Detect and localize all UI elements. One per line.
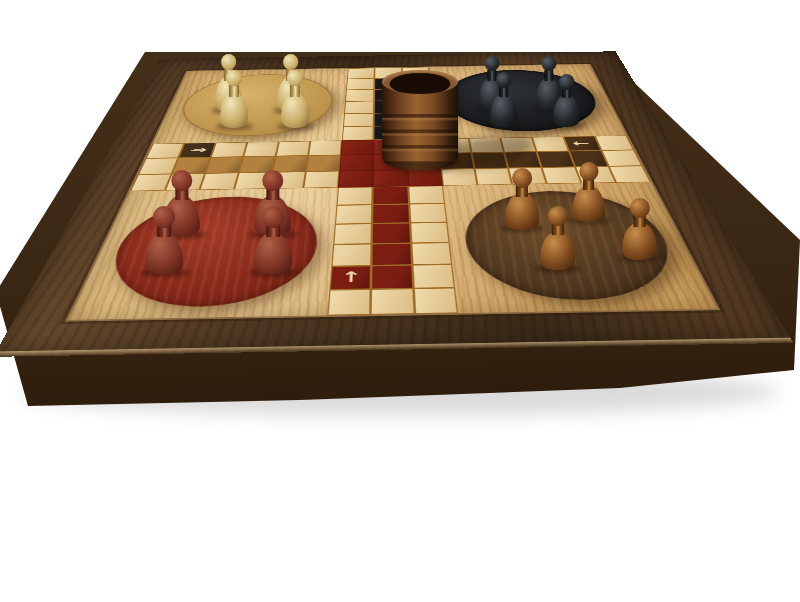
track-square-r9c6[interactable] [337, 187, 373, 205]
pawn-body [145, 233, 183, 274]
pawn-head [629, 198, 649, 218]
pawn-body [622, 223, 657, 260]
start-arrow-left: ↑ [570, 140, 594, 148]
track-square-r12c7[interactable] [372, 243, 412, 266]
pawn-walnut-1[interactable] [505, 168, 539, 230]
field-cell [301, 187, 338, 205]
track-square-r13c8[interactable] [412, 264, 455, 288]
pawn-walnut-4[interactable] [622, 198, 657, 260]
pawn-head [287, 70, 303, 86]
track-square-r6c2[interactable] [211, 142, 248, 157]
pawn-body [254, 233, 292, 274]
dice-cup-rim [382, 70, 458, 94]
track-square-r10c8[interactable] [409, 203, 447, 223]
track-square-r5c6[interactable] [342, 126, 374, 140]
pawn-body [553, 95, 580, 127]
pawn-body [490, 94, 517, 127]
center-home [407, 169, 443, 186]
track-square-r7c5[interactable] [306, 155, 341, 171]
track-square-r10c6[interactable] [335, 204, 372, 224]
pawn-head [547, 206, 567, 226]
track-square-r11c7[interactable] [372, 223, 411, 244]
center-home [340, 155, 374, 171]
track-square-r6c3[interactable] [243, 142, 279, 157]
pawn-black-4[interactable] [553, 74, 580, 127]
track-square-r6c11[interactable] [500, 137, 536, 152]
track-square-r8c14[interactable] [608, 165, 650, 182]
pawn-walnut-2[interactable] [572, 162, 605, 222]
field-cell [589, 122, 627, 136]
pawn-body [220, 93, 248, 128]
field-cell [320, 68, 348, 79]
pawn-head [559, 74, 575, 90]
track-square-r14c7[interactable] [371, 288, 414, 314]
center-home [338, 170, 373, 187]
track-square-r9c8[interactable] [408, 186, 445, 204]
field-cell [285, 290, 330, 316]
track-square-r12c8[interactable] [411, 242, 452, 265]
pawn-black-3[interactable] [490, 72, 517, 127]
track-square-r7c10[interactable] [471, 152, 507, 168]
start-arrow-right: ↑ [186, 146, 209, 154]
pawn-head [226, 70, 242, 86]
track-square-r8c2[interactable] [200, 173, 239, 190]
start-square-r13c6[interactable]: ↑ [330, 266, 372, 290]
track-square-r6c10[interactable] [469, 138, 504, 153]
pawn-neck [290, 85, 300, 97]
track-square-r8c5[interactable] [304, 171, 340, 188]
start-arrow-up: ↑ [340, 270, 362, 285]
pawn-gold-4[interactable] [281, 70, 309, 128]
track-square-r3c6[interactable] [344, 101, 374, 114]
track-square-r11c8[interactable] [410, 222, 450, 243]
pawn-head [153, 206, 175, 228]
pawn-body [572, 186, 605, 222]
pawn-red-3[interactable] [145, 206, 183, 274]
center-home [341, 140, 374, 155]
pawn-head [541, 56, 556, 71]
pawn-head [221, 54, 237, 70]
field-cell [455, 287, 501, 313]
track-square-r7c2[interactable] [205, 157, 243, 173]
pawn-body [540, 232, 575, 270]
pawn-walnut-3[interactable] [540, 206, 575, 270]
pawn-neck [229, 85, 239, 97]
track-square-r13c7[interactable] [371, 265, 413, 289]
pawn-head [262, 206, 284, 228]
pawn-head [283, 54, 299, 70]
pawn-body [505, 193, 539, 230]
center-home [373, 170, 408, 187]
pawn-head [484, 56, 499, 71]
track-square-r1c6[interactable] [346, 78, 374, 89]
ludo-scene: { "game": "ludo", "title": "Wooden Ludo … [0, 0, 800, 602]
pawn-head [262, 170, 283, 191]
frame-front-edge-highlight [0, 338, 793, 357]
track-square-r2c6[interactable] [345, 89, 374, 101]
field-cell [442, 185, 480, 203]
pawn-head [579, 162, 598, 181]
track-square-r7c11[interactable] [504, 152, 542, 168]
track-square-r12c6[interactable] [332, 244, 372, 267]
pawn-head [496, 72, 512, 88]
track-square-r14c8[interactable] [413, 288, 458, 314]
pawn-neck [499, 86, 509, 97]
pawn-gold-3[interactable] [220, 70, 248, 128]
pawn-head [512, 168, 532, 188]
track-square-r14c6[interactable] [328, 289, 372, 315]
track-square-r11c6[interactable] [334, 223, 373, 244]
dice-cup[interactable] [382, 70, 458, 170]
track-square-r0c6[interactable] [347, 68, 375, 79]
field-cell [311, 127, 344, 141]
track-square-r6c4[interactable] [276, 141, 311, 156]
track-square-r7c14[interactable] [601, 150, 642, 166]
track-square-r6c5[interactable] [308, 141, 342, 156]
track-square-r10c7[interactable] [372, 204, 409, 224]
track-square-r9c7[interactable] [373, 186, 409, 204]
pawn-red-4[interactable] [254, 206, 292, 274]
pawn-head [171, 170, 192, 191]
track-square-r6c14[interactable] [595, 136, 634, 151]
track-square-r8c9[interactable] [441, 168, 478, 185]
track-square-r4c6[interactable] [343, 113, 374, 127]
pawn-body [281, 93, 309, 128]
